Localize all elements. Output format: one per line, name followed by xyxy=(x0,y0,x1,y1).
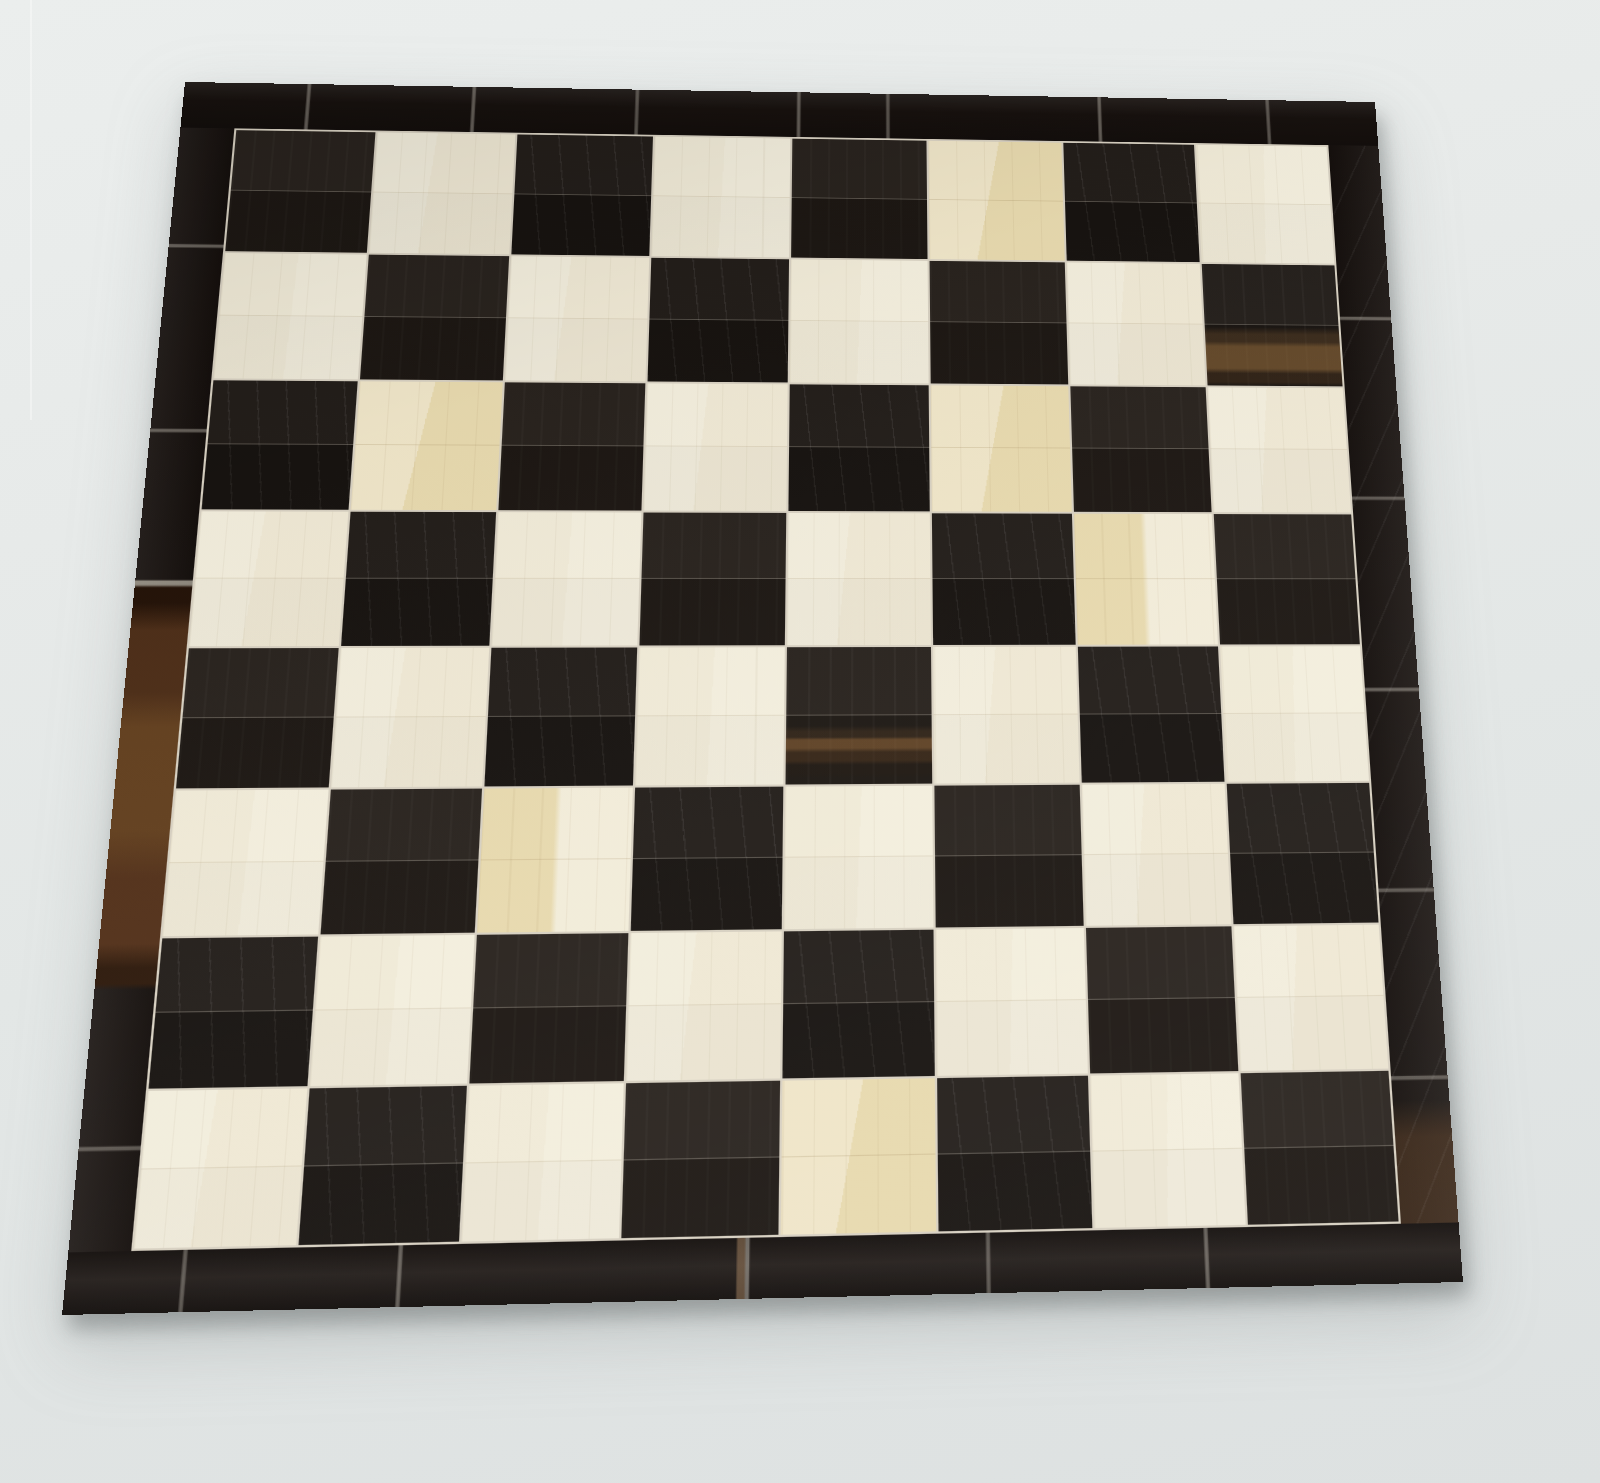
square-r1c4 xyxy=(652,137,791,258)
square-r7c2 xyxy=(309,934,474,1086)
square-r2c6 xyxy=(929,261,1067,384)
board-grid xyxy=(131,128,1401,1251)
square-r8c1 xyxy=(134,1089,307,1249)
square-r8c4 xyxy=(622,1081,780,1238)
square-r6c3 xyxy=(476,787,633,932)
square-r6c6 xyxy=(934,784,1083,927)
square-r5c5 xyxy=(786,647,932,784)
square-r4c3 xyxy=(491,512,642,645)
square-r6c8 xyxy=(1227,783,1379,924)
background-seam-line xyxy=(30,0,32,420)
square-r2c2 xyxy=(360,254,509,380)
square-r5c2 xyxy=(331,648,489,787)
square-r3c2 xyxy=(350,381,502,511)
square-r2c3 xyxy=(504,256,649,381)
square-r4c7 xyxy=(1073,514,1218,645)
square-r7c1 xyxy=(148,936,317,1089)
photo-background xyxy=(0,0,1600,1483)
square-r5c6 xyxy=(933,647,1079,784)
square-r2c1 xyxy=(214,253,367,379)
square-r5c4 xyxy=(635,647,784,785)
square-r7c8 xyxy=(1234,924,1389,1071)
square-r6c7 xyxy=(1081,784,1231,926)
square-r3c6 xyxy=(930,385,1071,512)
square-r6c4 xyxy=(631,786,783,930)
square-r6c1 xyxy=(163,789,329,935)
square-r8c6 xyxy=(937,1076,1092,1231)
square-r4c2 xyxy=(341,512,496,646)
square-r4c5 xyxy=(787,513,931,645)
square-r7c5 xyxy=(782,929,934,1079)
square-r8c8 xyxy=(1241,1071,1399,1225)
square-r2c5 xyxy=(790,259,929,383)
square-r2c8 xyxy=(1202,264,1343,386)
square-r5c7 xyxy=(1077,646,1224,782)
square-r3c7 xyxy=(1070,386,1212,513)
square-r5c8 xyxy=(1220,646,1369,781)
square-r6c5 xyxy=(784,785,933,928)
square-r7c7 xyxy=(1085,926,1238,1074)
square-r8c5 xyxy=(781,1078,936,1234)
square-r8c7 xyxy=(1090,1074,1246,1229)
chess-board xyxy=(62,82,1463,1315)
square-r7c4 xyxy=(626,931,781,1081)
square-r7c6 xyxy=(935,927,1087,1076)
square-r4c4 xyxy=(640,513,787,646)
square-r1c8 xyxy=(1196,145,1334,264)
square-r3c1 xyxy=(202,380,358,510)
square-r8c2 xyxy=(298,1086,466,1245)
square-r1c1 xyxy=(225,130,375,252)
square-r5c3 xyxy=(484,647,638,786)
square-r2c4 xyxy=(648,258,789,382)
square-r1c2 xyxy=(369,132,515,254)
square-r3c8 xyxy=(1208,387,1351,513)
square-r1c6 xyxy=(928,141,1064,261)
square-r3c4 xyxy=(644,383,788,511)
square-r3c5 xyxy=(788,384,929,512)
square-r1c5 xyxy=(791,139,927,259)
square-r4c1 xyxy=(189,512,348,647)
square-r2c7 xyxy=(1066,262,1206,385)
square-r5c1 xyxy=(176,648,338,788)
square-r1c7 xyxy=(1063,143,1200,262)
square-r1c3 xyxy=(511,134,653,255)
square-r8c3 xyxy=(461,1084,624,1242)
square-r4c8 xyxy=(1214,514,1360,644)
square-r3c3 xyxy=(498,382,646,511)
square-r6c2 xyxy=(320,788,481,934)
square-r4c6 xyxy=(932,514,1076,645)
square-r7c3 xyxy=(469,933,629,1084)
